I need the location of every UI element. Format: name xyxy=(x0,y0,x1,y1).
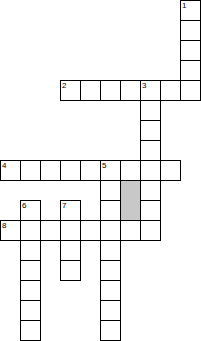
clue-number: 3 xyxy=(142,81,146,90)
cell[interactable] xyxy=(80,80,101,101)
cell[interactable] xyxy=(20,320,41,341)
clue-number: 4 xyxy=(2,161,6,170)
cell[interactable]: 4 xyxy=(0,160,21,181)
cell[interactable] xyxy=(60,240,81,261)
clue-number: 8 xyxy=(2,221,6,230)
cell[interactable] xyxy=(120,220,141,241)
cell[interactable]: 1 xyxy=(180,0,201,21)
clue-number: 6 xyxy=(22,201,26,210)
cell[interactable] xyxy=(100,240,121,261)
cell[interactable] xyxy=(40,220,61,241)
cell[interactable] xyxy=(100,220,121,241)
clue-number: 5 xyxy=(102,161,106,170)
cell[interactable] xyxy=(140,100,161,121)
cell[interactable] xyxy=(100,320,121,341)
cell[interactable]: 7 xyxy=(60,200,81,221)
cell[interactable] xyxy=(140,220,161,241)
cell[interactable] xyxy=(20,300,41,321)
cell[interactable]: 5 xyxy=(100,160,121,181)
cell[interactable] xyxy=(180,40,201,61)
cell[interactable] xyxy=(60,220,81,241)
cell[interactable] xyxy=(100,280,121,301)
cell[interactable] xyxy=(20,220,41,241)
cell[interactable] xyxy=(140,180,161,201)
cell[interactable] xyxy=(100,300,121,321)
cell[interactable] xyxy=(60,260,81,281)
cell[interactable] xyxy=(20,280,41,301)
cell[interactable] xyxy=(20,260,41,281)
cell[interactable] xyxy=(120,80,141,101)
cell[interactable] xyxy=(160,80,181,101)
crossword-grid: 12345678 xyxy=(0,0,201,341)
cell[interactable]: 8 xyxy=(0,220,21,241)
cell[interactable] xyxy=(180,60,201,81)
shaded-cell[interactable] xyxy=(120,180,141,221)
cell[interactable] xyxy=(140,200,161,221)
clue-number: 7 xyxy=(62,201,66,210)
clue-number: 1 xyxy=(182,1,186,10)
cell[interactable] xyxy=(100,200,121,221)
cell[interactable] xyxy=(20,160,41,181)
cell[interactable] xyxy=(140,120,161,141)
cell[interactable]: 3 xyxy=(140,80,161,101)
cell[interactable] xyxy=(100,80,121,101)
cell[interactable] xyxy=(120,160,141,181)
cell[interactable]: 2 xyxy=(60,80,81,101)
cell[interactable] xyxy=(80,220,101,241)
cell[interactable] xyxy=(160,160,181,181)
cell[interactable] xyxy=(100,180,121,201)
cell[interactable] xyxy=(40,160,61,181)
cell[interactable] xyxy=(20,240,41,261)
cell[interactable]: 6 xyxy=(20,200,41,221)
cell[interactable] xyxy=(100,260,121,281)
cell[interactable] xyxy=(180,20,201,41)
cell[interactable] xyxy=(140,140,161,161)
cell[interactable] xyxy=(60,160,81,181)
cell[interactable] xyxy=(140,160,161,181)
clue-number: 2 xyxy=(62,81,66,90)
cell[interactable] xyxy=(80,160,101,181)
cell[interactable] xyxy=(180,80,201,101)
